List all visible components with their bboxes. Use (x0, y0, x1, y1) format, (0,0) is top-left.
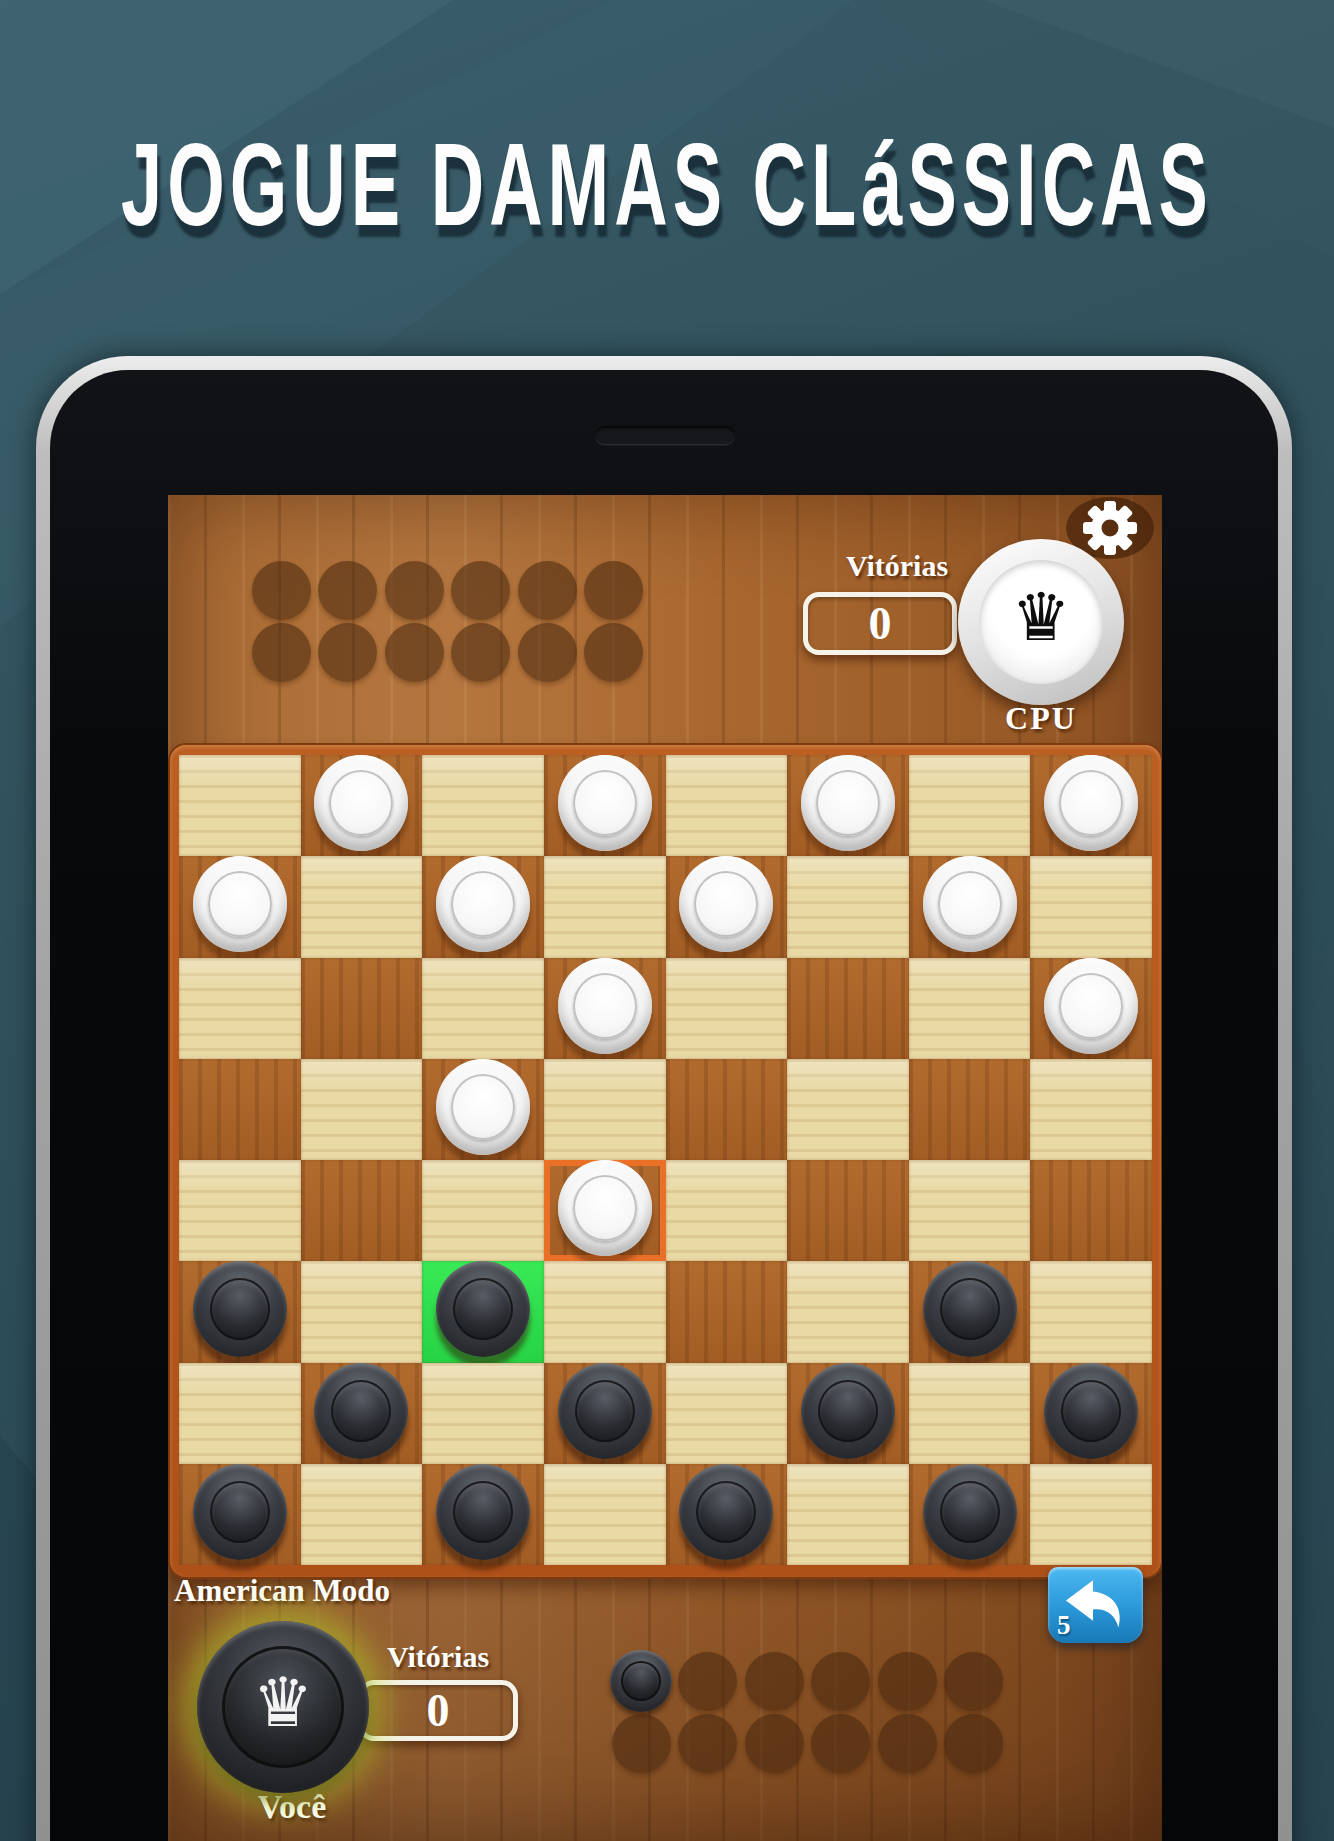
cell-5-0[interactable] (179, 1261, 301, 1362)
capture-slot (518, 561, 577, 620)
capture-slot (811, 1714, 870, 1773)
player-wins-value: 0 (427, 1684, 450, 1737)
cell-7-5[interactable] (787, 1464, 909, 1565)
capture-slot (745, 1714, 804, 1773)
cell-4-2[interactable] (422, 1160, 544, 1261)
cell-4-3[interactable] (544, 1160, 666, 1261)
cell-4-0[interactable] (179, 1160, 301, 1261)
player-wins-box: 0 (358, 1680, 518, 1741)
cpu-wins-label: Vitórias (815, 549, 979, 583)
white-piece[interactable] (314, 755, 408, 851)
capture-slot (252, 561, 311, 620)
cell-7-3[interactable] (544, 1464, 666, 1565)
cell-3-0[interactable] (179, 1059, 301, 1160)
white-crown-icon: ♛ (1011, 585, 1070, 651)
cell-0-2[interactable] (422, 755, 544, 856)
cell-3-2[interactable] (422, 1059, 544, 1160)
cpu-avatar: ♛ (958, 539, 1124, 705)
cell-1-4[interactable] (666, 856, 788, 957)
cell-6-2[interactable] (422, 1363, 544, 1464)
cell-7-6[interactable] (909, 1464, 1031, 1565)
cpu-wins-box: 0 (803, 592, 957, 655)
black-piece[interactable] (801, 1363, 895, 1459)
cell-2-2[interactable] (422, 958, 544, 1059)
player-label: Você (217, 1788, 367, 1826)
cell-0-0[interactable] (179, 755, 301, 856)
capture-slot (612, 1714, 671, 1773)
cell-7-2[interactable] (422, 1464, 544, 1565)
cell-3-1[interactable] (301, 1059, 423, 1160)
cell-2-1[interactable] (301, 958, 423, 1059)
undo-arrow-icon (1063, 1577, 1129, 1633)
capture-slot (811, 1652, 870, 1711)
cell-3-5[interactable] (787, 1059, 909, 1160)
cell-6-7[interactable] (1030, 1363, 1152, 1464)
player-avatar: ♛ (197, 1621, 369, 1793)
cell-2-6[interactable] (909, 958, 1031, 1059)
cell-1-6[interactable] (909, 856, 1031, 957)
cell-5-5[interactable] (787, 1261, 909, 1362)
cell-0-1[interactable] (301, 755, 423, 856)
capture-slot (451, 561, 510, 620)
cell-2-7[interactable] (1030, 958, 1152, 1059)
cell-7-7[interactable] (1030, 1464, 1152, 1565)
capture-slot (944, 1652, 1003, 1711)
cell-7-0[interactable] (179, 1464, 301, 1565)
cell-6-0[interactable] (179, 1363, 301, 1464)
cell-1-1[interactable] (301, 856, 423, 957)
black-piece[interactable] (314, 1363, 408, 1459)
white-piece[interactable] (558, 958, 652, 1054)
capture-slot (318, 561, 377, 620)
board-grid (179, 755, 1152, 1565)
black-piece[interactable] (923, 1261, 1017, 1357)
capture-slot (678, 1714, 737, 1773)
cell-7-1[interactable] (301, 1464, 423, 1565)
white-piece[interactable] (1044, 958, 1138, 1054)
undo-count-badge: 5 (1057, 1610, 1071, 1641)
white-piece[interactable] (679, 856, 773, 952)
cell-6-5[interactable] (787, 1363, 909, 1464)
white-piece[interactable] (193, 856, 287, 952)
white-piece[interactable] (923, 856, 1017, 952)
checkers-board (170, 745, 1161, 1577)
black-piece[interactable] (923, 1464, 1017, 1560)
capture-slot (252, 623, 311, 682)
cell-1-0[interactable] (179, 856, 301, 957)
white-crown-icon: ♛ (253, 1669, 314, 1737)
cell-4-6[interactable] (909, 1160, 1031, 1261)
cell-1-3[interactable] (544, 856, 666, 957)
page-title: JOGUE DAMAS CLáSSICAS (0, 118, 1334, 252)
cell-0-4[interactable] (666, 755, 788, 856)
cell-4-4[interactable] (666, 1160, 788, 1261)
app-screenshot: { "game": "checkers (damas clássicas)", … (0, 0, 1334, 1841)
tablet-camera (595, 426, 735, 445)
black-piece[interactable] (193, 1464, 287, 1560)
capture-slot (944, 1714, 1003, 1773)
capture-slot (878, 1652, 937, 1711)
capture-slot (318, 623, 377, 682)
cell-0-7[interactable] (1030, 755, 1152, 856)
cpu-label: CPU (958, 700, 1124, 737)
cell-5-4[interactable] (666, 1261, 788, 1362)
cell-2-5[interactable] (787, 958, 909, 1059)
cell-5-6[interactable] (909, 1261, 1031, 1362)
cell-0-6[interactable] (909, 755, 1031, 856)
cell-3-4[interactable] (666, 1059, 788, 1160)
cell-6-6[interactable] (909, 1363, 1031, 1464)
cell-4-5[interactable] (787, 1160, 909, 1261)
white-piece[interactable] (436, 1059, 530, 1155)
mode-label: American Modo (174, 1573, 674, 1609)
capture-slot (678, 1652, 737, 1711)
black-piece[interactable] (436, 1464, 530, 1560)
cell-1-2[interactable] (422, 856, 544, 957)
capture-slot (385, 561, 444, 620)
white-piece[interactable] (1044, 755, 1138, 851)
cell-5-1[interactable] (301, 1261, 423, 1362)
black-piece[interactable] (679, 1464, 773, 1560)
white-piece[interactable] (801, 755, 895, 851)
capture-slot (451, 623, 510, 682)
cell-5-7[interactable] (1030, 1261, 1152, 1362)
cell-5-3[interactable] (544, 1261, 666, 1362)
gear-icon (1082, 500, 1138, 556)
cell-2-3[interactable] (544, 958, 666, 1059)
cpu-wins-value: 0 (869, 597, 892, 650)
cell-1-7[interactable] (1030, 856, 1152, 957)
capture-slot (518, 623, 577, 682)
capture-slot (584, 561, 643, 620)
undo-button[interactable]: 5 (1048, 1567, 1143, 1643)
cell-3-7[interactable] (1030, 1059, 1152, 1160)
cell-1-5[interactable] (787, 856, 909, 957)
cell-3-3[interactable] (544, 1059, 666, 1160)
cell-0-5[interactable] (787, 755, 909, 856)
cell-7-4[interactable] (666, 1464, 788, 1565)
cell-0-3[interactable] (544, 755, 666, 856)
captured-black-piece (610, 1650, 672, 1712)
cell-2-0[interactable] (179, 958, 301, 1059)
cell-3-6[interactable] (909, 1059, 1031, 1160)
black-piece[interactable] (436, 1261, 530, 1357)
white-piece[interactable] (558, 755, 652, 851)
white-piece[interactable] (436, 856, 530, 952)
game-screen: Vitórias 0 ♛ CPU American Modo 5 Vitória… (168, 495, 1162, 1841)
capture-slot (878, 1714, 937, 1773)
player-wins-label: Vitórias (358, 1640, 518, 1674)
cell-6-3[interactable] (544, 1363, 666, 1464)
black-piece[interactable] (1044, 1363, 1138, 1459)
black-piece[interactable] (193, 1261, 287, 1357)
cell-5-2[interactable] (422, 1261, 544, 1362)
capture-slot (584, 623, 643, 682)
cell-4-7[interactable] (1030, 1160, 1152, 1261)
capture-slot (385, 623, 444, 682)
cell-6-4[interactable] (666, 1363, 788, 1464)
cell-6-1[interactable] (301, 1363, 423, 1464)
cell-4-1[interactable] (301, 1160, 423, 1261)
capture-slot (745, 1652, 804, 1711)
black-piece[interactable] (558, 1363, 652, 1459)
white-piece[interactable] (558, 1160, 652, 1256)
cell-2-4[interactable] (666, 958, 788, 1059)
